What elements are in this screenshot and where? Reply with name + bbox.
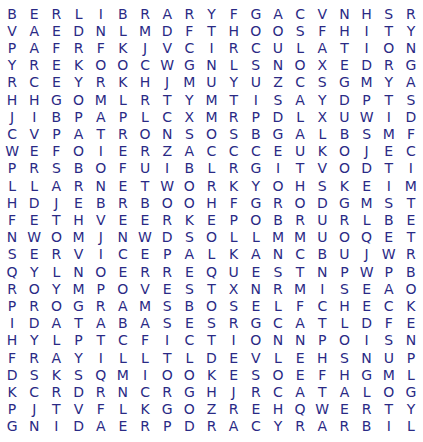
grid-cell[interactable]: Y (378, 74, 400, 91)
grid-cell[interactable]: E (267, 143, 289, 160)
grid-cell[interactable]: K (200, 366, 222, 383)
grid-cell[interactable]: D (156, 229, 178, 246)
grid-cell[interactable]: S (289, 22, 311, 39)
grid-cell[interactable]: T (156, 349, 178, 366)
grid-cell[interactable]: Y (23, 263, 45, 280)
grid-cell[interactable]: L (200, 246, 222, 263)
grid-cell[interactable]: O (134, 125, 156, 142)
grid-cell[interactable]: E (356, 297, 378, 314)
grid-cell[interactable]: A (400, 74, 422, 91)
grid-cell[interactable]: H (67, 211, 89, 228)
grid-cell[interactable]: G (245, 315, 267, 332)
grid-cell[interactable]: G (400, 383, 422, 400)
grid-cell[interactable]: E (178, 263, 200, 280)
grid-cell[interactable]: D (356, 57, 378, 74)
grid-cell[interactable]: W (156, 177, 178, 194)
grid-cell[interactable]: H (289, 177, 311, 194)
grid-cell[interactable]: A (90, 108, 112, 125)
grid-cell[interactable]: A (311, 39, 333, 56)
grid-cell[interactable]: R (333, 211, 355, 228)
grid-cell[interactable]: C (267, 383, 289, 400)
grid-cell[interactable]: T (378, 91, 400, 108)
grid-cell[interactable]: F (311, 366, 333, 383)
grid-cell[interactable]: R (223, 401, 245, 418)
grid-cell[interactable]: P (333, 263, 355, 280)
grid-cell[interactable]: I (311, 280, 333, 297)
grid-cell[interactable]: N (267, 332, 289, 349)
grid-cell[interactable]: O (267, 22, 289, 39)
grid-cell[interactable]: A (289, 383, 311, 400)
grid-cell[interactable]: R (90, 383, 112, 400)
grid-cell[interactable]: I (400, 160, 422, 177)
grid-cell[interactable]: N (1, 229, 23, 246)
grid-cell[interactable]: Y (400, 401, 422, 418)
grid-cell[interactable]: C (267, 315, 289, 332)
grid-cell[interactable]: D (267, 108, 289, 125)
grid-cell[interactable]: Y (178, 91, 200, 108)
grid-cell[interactable]: V (67, 401, 89, 418)
grid-cell[interactable]: E (156, 280, 178, 297)
grid-cell[interactable]: O (156, 194, 178, 211)
grid-cell[interactable]: D (178, 418, 200, 435)
grid-cell[interactable]: B (356, 418, 378, 435)
grid-cell[interactable]: S (223, 125, 245, 142)
grid-cell[interactable]: F (223, 194, 245, 211)
grid-cell[interactable]: S (178, 125, 200, 142)
grid-cell[interactable]: B (311, 246, 333, 263)
grid-cell[interactable]: B (134, 194, 156, 211)
grid-cell[interactable]: E (356, 280, 378, 297)
grid-cell[interactable]: L (245, 229, 267, 246)
grid-cell[interactable]: P (245, 108, 267, 125)
grid-cell[interactable]: S (156, 315, 178, 332)
grid-cell[interactable]: E (356, 177, 378, 194)
grid-cell[interactable]: R (134, 5, 156, 22)
grid-cell[interactable]: T (400, 194, 422, 211)
grid-cell[interactable]: H (23, 91, 45, 108)
grid-cell[interactable]: N (23, 418, 45, 435)
grid-cell[interactable]: E (223, 349, 245, 366)
grid-cell[interactable]: J (23, 401, 45, 418)
grid-cell[interactable]: V (90, 211, 112, 228)
grid-cell[interactable]: D (67, 418, 89, 435)
grid-cell[interactable]: O (178, 366, 200, 383)
grid-cell[interactable]: M (134, 297, 156, 314)
grid-cell[interactable]: N (67, 263, 89, 280)
grid-cell[interactable]: F (45, 143, 67, 160)
grid-cell[interactable]: E (134, 211, 156, 228)
grid-cell[interactable]: L (400, 418, 422, 435)
grid-cell[interactable]: C (23, 74, 45, 91)
grid-cell[interactable]: Y (200, 5, 222, 22)
grid-cell[interactable]: K (112, 74, 134, 91)
grid-cell[interactable]: K (1, 383, 23, 400)
grid-cell[interactable]: O (245, 332, 267, 349)
grid-cell[interactable]: K (67, 57, 89, 74)
grid-cell[interactable]: I (356, 22, 378, 39)
grid-cell[interactable]: A (156, 5, 178, 22)
grid-cell[interactable]: W (156, 57, 178, 74)
grid-cell[interactable]: C (112, 246, 134, 263)
grid-cell[interactable]: V (23, 125, 45, 142)
grid-cell[interactable]: M (356, 194, 378, 211)
grid-cell[interactable]: O (67, 91, 89, 108)
grid-cell[interactable]: S (267, 91, 289, 108)
grid-cell[interactable]: H (267, 401, 289, 418)
grid-cell[interactable]: E (289, 349, 311, 366)
grid-cell[interactable]: D (311, 194, 333, 211)
grid-cell[interactable]: M (200, 108, 222, 125)
grid-cell[interactable]: V (156, 39, 178, 56)
grid-cell[interactable]: G (245, 194, 267, 211)
grid-cell[interactable]: Z (200, 401, 222, 418)
grid-cell[interactable]: O (45, 297, 67, 314)
grid-cell[interactable]: P (90, 280, 112, 297)
grid-cell[interactable]: J (223, 383, 245, 400)
grid-cell[interactable]: O (112, 57, 134, 74)
grid-cell[interactable]: S (378, 194, 400, 211)
grid-cell[interactable]: O (178, 401, 200, 418)
grid-cell[interactable]: F (178, 22, 200, 39)
grid-cell[interactable]: S (311, 177, 333, 194)
grid-cell[interactable]: B (245, 125, 267, 142)
grid-cell[interactable]: A (67, 125, 89, 142)
grid-cell[interactable]: T (378, 22, 400, 39)
grid-cell[interactable]: I (223, 332, 245, 349)
grid-cell[interactable]: O (333, 229, 355, 246)
grid-cell[interactable]: L (112, 401, 134, 418)
grid-cell[interactable]: T (378, 160, 400, 177)
grid-cell[interactable]: R (23, 160, 45, 177)
grid-cell[interactable]: O (67, 143, 89, 160)
grid-cell[interactable]: I (134, 366, 156, 383)
grid-cell[interactable]: P (45, 125, 67, 142)
grid-cell[interactable]: N (245, 280, 267, 297)
grid-cell[interactable]: Y (223, 74, 245, 91)
grid-cell[interactable]: N (112, 383, 134, 400)
grid-cell[interactable]: A (267, 5, 289, 22)
grid-cell[interactable]: A (178, 143, 200, 160)
grid-cell[interactable]: H (311, 349, 333, 366)
grid-cell[interactable]: P (112, 108, 134, 125)
grid-cell[interactable]: F (1, 211, 23, 228)
grid-cell[interactable]: M (67, 280, 89, 297)
grid-cell[interactable]: E (400, 211, 422, 228)
grid-cell[interactable]: W (311, 401, 333, 418)
grid-cell[interactable]: O (400, 280, 422, 297)
grid-cell[interactable]: L (333, 315, 355, 332)
grid-cell[interactable]: E (67, 194, 89, 211)
grid-cell[interactable]: G (333, 74, 355, 91)
grid-cell[interactable]: E (378, 143, 400, 160)
grid-cell[interactable]: A (23, 39, 45, 56)
grid-cell[interactable]: C (245, 143, 267, 160)
grid-cell[interactable]: R (356, 401, 378, 418)
grid-cell[interactable]: F (1, 349, 23, 366)
grid-cell[interactable]: R (67, 39, 89, 56)
grid-cell[interactable]: Y (1, 57, 23, 74)
grid-cell[interactable]: F (112, 160, 134, 177)
grid-cell[interactable]: M (90, 91, 112, 108)
grid-cell[interactable]: R (333, 418, 355, 435)
grid-cell[interactable]: C (289, 246, 311, 263)
grid-cell[interactable]: U (134, 160, 156, 177)
grid-cell[interactable]: N (112, 229, 134, 246)
grid-cell[interactable]: H (134, 74, 156, 91)
grid-cell[interactable]: R (134, 91, 156, 108)
grid-cell[interactable]: H (200, 383, 222, 400)
grid-cell[interactable]: P (400, 349, 422, 366)
grid-cell[interactable]: C (156, 108, 178, 125)
grid-cell[interactable]: U (245, 74, 267, 91)
grid-cell[interactable]: G (178, 57, 200, 74)
grid-cell[interactable]: L (1, 177, 23, 194)
grid-cell[interactable]: T (400, 229, 422, 246)
grid-cell[interactable]: R (156, 211, 178, 228)
grid-cell[interactable]: R (112, 125, 134, 142)
grid-cell[interactable]: C (289, 5, 311, 22)
grid-cell[interactable]: R (223, 315, 245, 332)
grid-cell[interactable]: D (1, 366, 23, 383)
grid-cell[interactable]: E (23, 246, 45, 263)
grid-cell[interactable]: T (200, 280, 222, 297)
grid-cell[interactable]: K (134, 401, 156, 418)
grid-cell[interactable]: I (267, 160, 289, 177)
grid-cell[interactable]: M (112, 366, 134, 383)
grid-cell[interactable]: B (112, 5, 134, 22)
grid-cell[interactable]: S (67, 366, 89, 383)
grid-cell[interactable]: I (90, 349, 112, 366)
grid-cell[interactable]: H (1, 91, 23, 108)
grid-cell[interactable]: C (245, 418, 267, 435)
grid-cell[interactable]: C (400, 143, 422, 160)
grid-cell[interactable]: I (378, 418, 400, 435)
grid-cell[interactable]: O (333, 143, 355, 160)
grid-cell[interactable]: S (200, 315, 222, 332)
grid-cell[interactable]: C (112, 332, 134, 349)
grid-cell[interactable]: J (356, 246, 378, 263)
grid-cell[interactable]: R (267, 194, 289, 211)
grid-cell[interactable]: E (112, 177, 134, 194)
grid-cell[interactable]: N (156, 125, 178, 142)
grid-cell[interactable]: O (267, 366, 289, 383)
grid-cell[interactable]: L (400, 366, 422, 383)
grid-cell[interactable]: Y (400, 22, 422, 39)
grid-cell[interactable]: A (23, 22, 45, 39)
grid-cell[interactable]: I (90, 246, 112, 263)
grid-cell[interactable]: G (245, 160, 267, 177)
grid-cell[interactable]: N (333, 5, 355, 22)
grid-cell[interactable]: H (200, 194, 222, 211)
grid-cell[interactable]: Y (45, 280, 67, 297)
grid-cell[interactable]: E (134, 246, 156, 263)
grid-cell[interactable]: E (245, 401, 267, 418)
grid-cell[interactable]: S (45, 160, 67, 177)
grid-cell[interactable]: G (156, 401, 178, 418)
grid-cell[interactable]: N (267, 57, 289, 74)
grid-cell[interactable]: D (67, 383, 89, 400)
grid-cell[interactable]: V (311, 5, 333, 22)
grid-cell[interactable]: L (23, 177, 45, 194)
grid-cell[interactable]: T (90, 332, 112, 349)
grid-cell[interactable]: T (45, 211, 67, 228)
grid-cell[interactable]: S (156, 297, 178, 314)
grid-cell[interactable]: R (23, 57, 45, 74)
grid-cell[interactable]: T (134, 177, 156, 194)
grid-cell[interactable]: B (378, 211, 400, 228)
grid-cell[interactable]: T (200, 332, 222, 349)
grid-cell[interactable]: E (112, 263, 134, 280)
grid-cell[interactable]: E (178, 315, 200, 332)
grid-cell[interactable]: Y (311, 91, 333, 108)
grid-cell[interactable]: H (1, 332, 23, 349)
grid-cell[interactable]: O (245, 22, 267, 39)
grid-cell[interactable]: N (267, 246, 289, 263)
grid-cell[interactable]: E (245, 297, 267, 314)
grid-cell[interactable]: T (311, 383, 333, 400)
grid-cell[interactable]: U (267, 39, 289, 56)
grid-cell[interactable]: L (134, 349, 156, 366)
grid-cell[interactable]: O (289, 57, 311, 74)
grid-cell[interactable]: G (356, 366, 378, 383)
grid-cell[interactable]: U (200, 74, 222, 91)
grid-cell[interactable]: N (356, 349, 378, 366)
grid-cell[interactable]: X (311, 57, 333, 74)
grid-cell[interactable]: F (289, 297, 311, 314)
grid-cell[interactable]: E (333, 401, 355, 418)
grid-cell[interactable]: C (1, 125, 23, 142)
grid-cell[interactable]: W (134, 229, 156, 246)
grid-cell[interactable]: R (289, 418, 311, 435)
grid-cell[interactable]: T (45, 401, 67, 418)
grid-cell[interactable]: R (223, 39, 245, 56)
grid-cell[interactable]: S (1, 246, 23, 263)
grid-cell[interactable]: H (1, 194, 23, 211)
grid-cell[interactable]: R (200, 177, 222, 194)
grid-cell[interactable]: I (90, 5, 112, 22)
grid-cell[interactable]: D (23, 194, 45, 211)
grid-cell[interactable]: O (178, 194, 200, 211)
grid-cell[interactable]: W (23, 229, 45, 246)
grid-cell[interactable]: B (112, 315, 134, 332)
grid-cell[interactable]: S (178, 280, 200, 297)
grid-cell[interactable]: W (356, 263, 378, 280)
grid-cell[interactable]: I (356, 332, 378, 349)
grid-cell[interactable]: F (45, 39, 67, 56)
grid-cell[interactable]: N (311, 263, 333, 280)
grid-cell[interactable]: Q (90, 366, 112, 383)
grid-cell[interactable]: R (156, 383, 178, 400)
grid-cell[interactable]: N (400, 39, 422, 56)
grid-cell[interactable]: E (45, 74, 67, 91)
grid-cell[interactable]: R (23, 349, 45, 366)
grid-cell[interactable]: S (378, 5, 400, 22)
grid-cell[interactable]: R (90, 74, 112, 91)
grid-cell[interactable]: S (333, 349, 355, 366)
grid-cell[interactable]: R (1, 280, 23, 297)
grid-cell[interactable]: T (378, 401, 400, 418)
grid-cell[interactable]: E (333, 57, 355, 74)
grid-cell[interactable]: K (311, 143, 333, 160)
grid-cell[interactable]: T (223, 91, 245, 108)
grid-cell[interactable]: E (112, 143, 134, 160)
grid-cell[interactable]: X (178, 108, 200, 125)
grid-cell[interactable]: N (200, 57, 222, 74)
grid-cell[interactable]: A (378, 280, 400, 297)
grid-cell[interactable]: U (311, 229, 333, 246)
grid-cell[interactable]: S (378, 332, 400, 349)
grid-cell[interactable]: R (134, 263, 156, 280)
grid-cell[interactable]: A (178, 246, 200, 263)
grid-cell[interactable]: M (378, 125, 400, 142)
grid-cell[interactable]: D (333, 91, 355, 108)
grid-cell[interactable]: C (311, 297, 333, 314)
grid-cell[interactable]: D (156, 22, 178, 39)
grid-cell[interactable]: K (400, 297, 422, 314)
grid-cell[interactable]: X (223, 280, 245, 297)
grid-cell[interactable]: Y (245, 177, 267, 194)
grid-cell[interactable]: A (223, 418, 245, 435)
grid-cell[interactable]: U (223, 263, 245, 280)
grid-cell[interactable]: O (45, 229, 67, 246)
grid-cell[interactable]: M (289, 280, 311, 297)
grid-cell[interactable]: C (200, 143, 222, 160)
grid-cell[interactable]: F (311, 22, 333, 39)
grid-cell[interactable]: M (289, 229, 311, 246)
grid-cell[interactable]: D (67, 22, 89, 39)
grid-cell[interactable]: O (378, 39, 400, 56)
grid-cell[interactable]: K (223, 246, 245, 263)
grid-cell[interactable]: E (23, 211, 45, 228)
grid-cell[interactable]: T (311, 315, 333, 332)
grid-cell[interactable]: I (23, 108, 45, 125)
grid-cell[interactable]: O (90, 263, 112, 280)
grid-cell[interactable]: M (134, 22, 156, 39)
grid-cell[interactable]: R (23, 297, 45, 314)
grid-cell[interactable]: K (178, 211, 200, 228)
grid-cell[interactable]: R (90, 297, 112, 314)
grid-cell[interactable]: T (200, 22, 222, 39)
grid-cell[interactable]: V (134, 280, 156, 297)
grid-cell[interactable]: F (400, 125, 422, 142)
grid-cell[interactable]: Q (289, 401, 311, 418)
grid-cell[interactable]: E (23, 5, 45, 22)
grid-cell[interactable]: S (267, 263, 289, 280)
grid-cell[interactable]: U (333, 246, 355, 263)
grid-cell[interactable]: O (112, 280, 134, 297)
grid-cell[interactable]: K (333, 177, 355, 194)
grid-cell[interactable]: Y (67, 74, 89, 91)
grid-cell[interactable]: O (200, 297, 222, 314)
grid-cell[interactable]: B (400, 263, 422, 280)
grid-cell[interactable]: L (289, 39, 311, 56)
grid-cell[interactable]: P (67, 108, 89, 125)
grid-cell[interactable]: D (23, 315, 45, 332)
grid-cell[interactable]: F (90, 401, 112, 418)
grid-cell[interactable]: C (134, 383, 156, 400)
grid-cell[interactable]: E (223, 366, 245, 383)
grid-cell[interactable]: C (289, 74, 311, 91)
grid-cell[interactable]: C (245, 39, 267, 56)
grid-cell[interactable]: G (67, 297, 89, 314)
grid-cell[interactable]: P (1, 39, 23, 56)
grid-cell[interactable]: P (1, 160, 23, 177)
grid-cell[interactable]: Y (23, 332, 45, 349)
grid-cell[interactable]: L (311, 125, 333, 142)
grid-cell[interactable]: E (245, 263, 267, 280)
grid-cell[interactable]: R (223, 108, 245, 125)
grid-cell[interactable]: H (356, 5, 378, 22)
